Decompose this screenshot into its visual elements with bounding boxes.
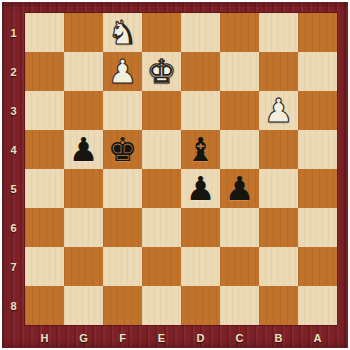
square-f1[interactable]: ♞ bbox=[103, 13, 142, 52]
board-frame: 12345678 HGFEDCBA ♞♟♚♟♟♚♝♟♟ bbox=[2, 2, 348, 348]
square-h7[interactable] bbox=[25, 247, 64, 286]
rank-labels: 12345678 bbox=[2, 13, 25, 325]
black-king-f4[interactable]: ♚ bbox=[103, 130, 142, 169]
square-e2[interactable]: ♚ bbox=[142, 52, 181, 91]
square-g8[interactable] bbox=[64, 286, 103, 325]
square-f8[interactable] bbox=[103, 286, 142, 325]
square-a2[interactable] bbox=[298, 52, 337, 91]
white-knight-f1[interactable]: ♞ bbox=[103, 13, 142, 52]
square-a7[interactable] bbox=[298, 247, 337, 286]
square-h3[interactable] bbox=[25, 91, 64, 130]
square-h2[interactable] bbox=[25, 52, 64, 91]
chess-board: ♞♟♚♟♟♚♝♟♟ bbox=[25, 13, 337, 325]
white-king-e2[interactable]: ♚ bbox=[142, 52, 181, 91]
square-b8[interactable] bbox=[259, 286, 298, 325]
square-h6[interactable] bbox=[25, 208, 64, 247]
square-c4[interactable] bbox=[220, 130, 259, 169]
square-a4[interactable] bbox=[298, 130, 337, 169]
file-label-h: H bbox=[25, 325, 64, 350]
square-a8[interactable] bbox=[298, 286, 337, 325]
square-d8[interactable] bbox=[181, 286, 220, 325]
square-d2[interactable] bbox=[181, 52, 220, 91]
file-label-b: B bbox=[259, 325, 298, 350]
square-b2[interactable] bbox=[259, 52, 298, 91]
square-f7[interactable] bbox=[103, 247, 142, 286]
rank-label-1: 1 bbox=[2, 13, 25, 52]
rank-label-3: 3 bbox=[2, 91, 25, 130]
file-labels: HGFEDCBA bbox=[25, 325, 337, 350]
square-c8[interactable] bbox=[220, 286, 259, 325]
black-bishop-d4[interactable]: ♝ bbox=[181, 130, 220, 169]
square-c2[interactable] bbox=[220, 52, 259, 91]
square-b6[interactable] bbox=[259, 208, 298, 247]
file-label-f: F bbox=[103, 325, 142, 350]
square-f5[interactable] bbox=[103, 169, 142, 208]
square-c6[interactable] bbox=[220, 208, 259, 247]
square-g3[interactable] bbox=[64, 91, 103, 130]
rank-label-7: 7 bbox=[2, 247, 25, 286]
file-label-e: E bbox=[142, 325, 181, 350]
square-e1[interactable] bbox=[142, 13, 181, 52]
file-label-c: C bbox=[220, 325, 259, 350]
square-g6[interactable] bbox=[64, 208, 103, 247]
square-g5[interactable] bbox=[64, 169, 103, 208]
square-g7[interactable] bbox=[64, 247, 103, 286]
rank-label-6: 6 bbox=[2, 208, 25, 247]
square-d4[interactable]: ♝ bbox=[181, 130, 220, 169]
square-a6[interactable] bbox=[298, 208, 337, 247]
square-e8[interactable] bbox=[142, 286, 181, 325]
rank-label-2: 2 bbox=[2, 52, 25, 91]
black-pawn-c5[interactable]: ♟ bbox=[220, 169, 259, 208]
black-pawn-d5[interactable]: ♟ bbox=[181, 169, 220, 208]
square-e5[interactable] bbox=[142, 169, 181, 208]
chessboard-widget: 12345678 HGFEDCBA ♞♟♚♟♟♚♝♟♟ bbox=[0, 0, 350, 350]
white-pawn-b3[interactable]: ♟ bbox=[259, 91, 298, 130]
square-a5[interactable] bbox=[298, 169, 337, 208]
square-g4[interactable]: ♟ bbox=[64, 130, 103, 169]
file-label-g: G bbox=[64, 325, 103, 350]
square-d5[interactable]: ♟ bbox=[181, 169, 220, 208]
square-h4[interactable] bbox=[25, 130, 64, 169]
square-e4[interactable] bbox=[142, 130, 181, 169]
square-f2[interactable]: ♟ bbox=[103, 52, 142, 91]
square-c7[interactable] bbox=[220, 247, 259, 286]
rank-label-5: 5 bbox=[2, 169, 25, 208]
square-a1[interactable] bbox=[298, 13, 337, 52]
square-c3[interactable] bbox=[220, 91, 259, 130]
square-h5[interactable] bbox=[25, 169, 64, 208]
square-c1[interactable] bbox=[220, 13, 259, 52]
square-e3[interactable] bbox=[142, 91, 181, 130]
square-d7[interactable] bbox=[181, 247, 220, 286]
square-d1[interactable] bbox=[181, 13, 220, 52]
square-b1[interactable] bbox=[259, 13, 298, 52]
square-h8[interactable] bbox=[25, 286, 64, 325]
square-f6[interactable] bbox=[103, 208, 142, 247]
white-pawn-f2[interactable]: ♟ bbox=[103, 52, 142, 91]
square-f4[interactable]: ♚ bbox=[103, 130, 142, 169]
rank-label-4: 4 bbox=[2, 130, 25, 169]
square-g1[interactable] bbox=[64, 13, 103, 52]
square-b7[interactable] bbox=[259, 247, 298, 286]
square-b5[interactable] bbox=[259, 169, 298, 208]
square-b3[interactable]: ♟ bbox=[259, 91, 298, 130]
square-e7[interactable] bbox=[142, 247, 181, 286]
square-b4[interactable] bbox=[259, 130, 298, 169]
square-e6[interactable] bbox=[142, 208, 181, 247]
square-f3[interactable] bbox=[103, 91, 142, 130]
square-g2[interactable] bbox=[64, 52, 103, 91]
square-h1[interactable] bbox=[25, 13, 64, 52]
black-pawn-g4[interactable]: ♟ bbox=[64, 130, 103, 169]
rank-label-8: 8 bbox=[2, 286, 25, 325]
square-c5[interactable]: ♟ bbox=[220, 169, 259, 208]
square-a3[interactable] bbox=[298, 91, 337, 130]
square-d6[interactable] bbox=[181, 208, 220, 247]
square-d3[interactable] bbox=[181, 91, 220, 130]
file-label-a: A bbox=[298, 325, 337, 350]
file-label-d: D bbox=[181, 325, 220, 350]
